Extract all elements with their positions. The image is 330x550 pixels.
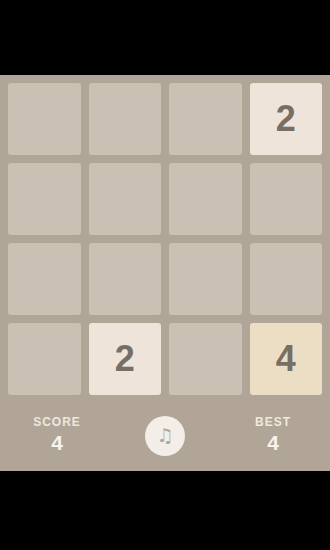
empty-cell-r3c1 (8, 243, 81, 315)
empty-cell-r2c2 (89, 163, 162, 235)
empty-cell-r2c1 (8, 163, 81, 235)
tile-2-r4c2: 2 (89, 323, 162, 395)
bottom-letterbox (0, 471, 330, 550)
music-note-icon: ♫ (156, 426, 173, 445)
phone-screen: 224 SCORE 4 ♫ BEST 4 (0, 0, 330, 550)
empty-cell-r1c3 (169, 83, 242, 155)
empty-cell-r1c1 (8, 83, 81, 155)
tile-4-r4c4: 4 (250, 323, 323, 395)
score-label: SCORE (24, 415, 90, 429)
empty-cell-r1c2 (89, 83, 162, 155)
score-box: SCORE 4 (24, 415, 90, 455)
empty-cell-r3c4 (250, 243, 323, 315)
empty-cell-r2c3 (169, 163, 242, 235)
empty-cell-r4c1 (8, 323, 81, 395)
board-grid[interactable]: 224 (0, 75, 330, 403)
score-value: 4 (24, 431, 90, 455)
music-button[interactable]: ♫ (145, 416, 185, 456)
hud-bar: SCORE 4 ♫ BEST 4 (0, 403, 330, 471)
best-label: BEST (240, 415, 306, 429)
tile-2-r1c4: 2 (250, 83, 323, 155)
top-letterbox (0, 0, 330, 75)
empty-cell-r3c2 (89, 243, 162, 315)
empty-cell-r4c3 (169, 323, 242, 395)
game-area: 224 SCORE 4 ♫ BEST 4 (0, 75, 330, 471)
empty-cell-r2c4 (250, 163, 323, 235)
best-value: 4 (240, 431, 306, 455)
best-box: BEST 4 (240, 415, 306, 455)
empty-cell-r3c3 (169, 243, 242, 315)
